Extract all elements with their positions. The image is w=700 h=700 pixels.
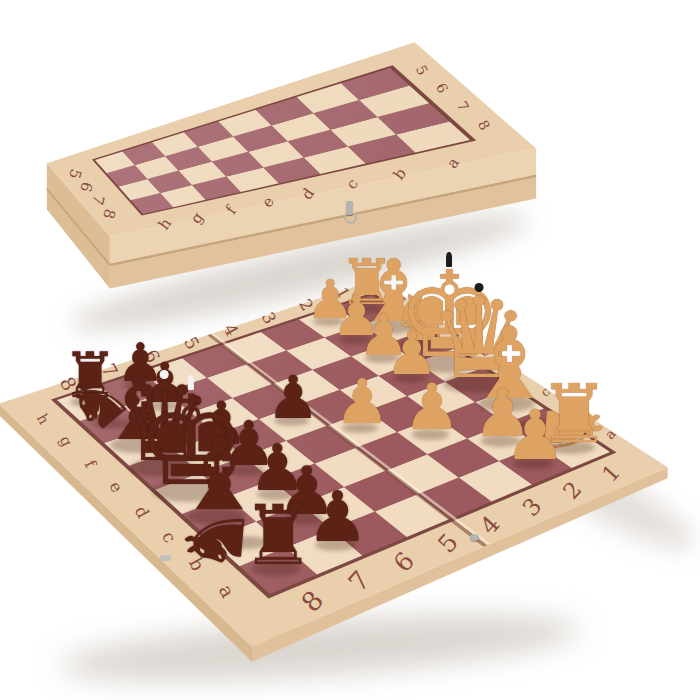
piece-white-pawn: ♟ bbox=[501, 401, 570, 470]
finial-white bbox=[188, 375, 194, 390]
open-board: aabbccddeeffgghh8877665544332211♜♞♝♚♛♝♞♜… bbox=[0, 0, 700, 700]
chess-set-photo: hgfedcba88776655aabbccddeeffgghh88776655… bbox=[0, 0, 700, 700]
piece-black-rook: ♜ bbox=[237, 494, 319, 576]
finial-black bbox=[446, 252, 452, 266]
piece-white-pawn: ♟ bbox=[331, 372, 393, 434]
finial-black bbox=[474, 283, 483, 292]
piece-white-pawn: ♟ bbox=[400, 376, 464, 440]
